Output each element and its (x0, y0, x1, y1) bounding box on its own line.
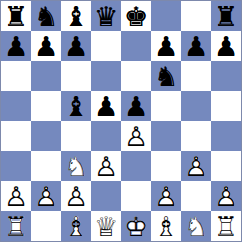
square-h3[interactable] (211, 151, 241, 181)
square-f8[interactable] (151, 1, 181, 31)
square-a6[interactable] (1, 61, 31, 91)
piece-outline-layer: ♙ (1, 181, 31, 211)
square-b2[interactable]: ♟♙ (31, 181, 61, 211)
black-pawn-piece: ♟♙ (91, 91, 121, 121)
square-e1[interactable]: ♚♔ (121, 211, 151, 241)
square-h4[interactable] (211, 121, 241, 151)
piece-outline-layer: ♔ (121, 1, 151, 31)
square-e5[interactable]: ♟♙ (121, 91, 151, 121)
piece-outline-layer: ♔ (121, 211, 151, 241)
piece-outline-layer: ♙ (181, 31, 211, 61)
piece-outline-layer: ♗ (61, 91, 91, 121)
square-c8[interactable]: ♝♗ (61, 1, 91, 31)
square-d3[interactable]: ♟♙ (91, 151, 121, 181)
white-rook-piece: ♜♖ (1, 211, 31, 241)
black-pawn-piece: ♟♙ (61, 31, 91, 61)
white-pawn-piece: ♟♙ (61, 181, 91, 211)
white-bishop-piece: ♝♗ (151, 211, 181, 241)
white-pawn-piece: ♟♙ (211, 181, 241, 211)
black-pawn-piece: ♟♙ (181, 31, 211, 61)
square-c5[interactable]: ♝♗ (61, 91, 91, 121)
square-d4[interactable] (91, 121, 121, 151)
square-d2[interactable] (91, 181, 121, 211)
square-c6[interactable] (61, 61, 91, 91)
black-rook-piece: ♜♖ (211, 1, 241, 31)
white-pawn-piece: ♟♙ (1, 181, 31, 211)
square-b7[interactable]: ♟♙ (31, 31, 61, 61)
piece-outline-layer: ♙ (91, 91, 121, 121)
black-pawn-piece: ♟♙ (211, 31, 241, 61)
piece-outline-layer: ♗ (61, 1, 91, 31)
square-g7[interactable]: ♟♙ (181, 31, 211, 61)
square-b6[interactable] (31, 61, 61, 91)
square-h6[interactable] (211, 61, 241, 91)
square-e3[interactable] (121, 151, 151, 181)
square-g5[interactable] (181, 91, 211, 121)
black-queen-piece: ♛♕ (91, 1, 121, 31)
square-f5[interactable] (151, 91, 181, 121)
square-c3[interactable]: ♞♘ (61, 151, 91, 181)
white-pawn-piece: ♟♙ (181, 151, 211, 181)
square-d6[interactable] (91, 61, 121, 91)
square-f3[interactable] (151, 151, 181, 181)
square-b3[interactable] (31, 151, 61, 181)
square-d1[interactable]: ♛♕ (91, 211, 121, 241)
piece-outline-layer: ♙ (211, 181, 241, 211)
square-g3[interactable]: ♟♙ (181, 151, 211, 181)
piece-outline-layer: ♗ (61, 211, 91, 241)
piece-outline-layer: ♘ (181, 211, 211, 241)
white-knight-piece: ♞♘ (181, 211, 211, 241)
square-c4[interactable] (61, 121, 91, 151)
black-king-piece: ♚♔ (121, 1, 151, 31)
square-h1[interactable]: ♜♖ (211, 211, 241, 241)
piece-outline-layer: ♙ (61, 31, 91, 61)
piece-outline-layer: ♙ (181, 151, 211, 181)
square-g1[interactable]: ♞♘ (181, 211, 211, 241)
square-e8[interactable]: ♚♔ (121, 1, 151, 31)
piece-outline-layer: ♘ (61, 151, 91, 181)
white-bishop-piece: ♝♗ (61, 211, 91, 241)
square-d7[interactable] (91, 31, 121, 61)
black-knight-piece: ♞♘ (31, 1, 61, 31)
black-pawn-piece: ♟♙ (31, 31, 61, 61)
white-queen-piece: ♛♕ (91, 211, 121, 241)
black-knight-piece: ♞♘ (151, 61, 181, 91)
piece-outline-layer: ♘ (151, 61, 181, 91)
piece-outline-layer: ♗ (151, 211, 181, 241)
square-c2[interactable]: ♟♙ (61, 181, 91, 211)
piece-outline-layer: ♙ (31, 31, 61, 61)
piece-outline-layer: ♙ (121, 121, 151, 151)
white-pawn-piece: ♟♙ (121, 121, 151, 151)
square-c7[interactable]: ♟♙ (61, 31, 91, 61)
square-a2[interactable]: ♟♙ (1, 181, 31, 211)
white-knight-piece: ♞♘ (61, 151, 91, 181)
square-f6[interactable]: ♞♘ (151, 61, 181, 91)
square-b5[interactable] (31, 91, 61, 121)
piece-outline-layer: ♘ (31, 1, 61, 31)
square-f1[interactable]: ♝♗ (151, 211, 181, 241)
square-g8[interactable] (181, 1, 211, 31)
piece-outline-layer: ♙ (61, 181, 91, 211)
black-pawn-piece: ♟♙ (151, 31, 181, 61)
square-b8[interactable]: ♞♘ (31, 1, 61, 31)
square-b1[interactable] (31, 211, 61, 241)
black-bishop-piece: ♝♗ (61, 1, 91, 31)
piece-outline-layer: ♖ (211, 211, 241, 241)
black-bishop-piece: ♝♗ (61, 91, 91, 121)
square-e4[interactable]: ♟♙ (121, 121, 151, 151)
square-e2[interactable] (121, 181, 151, 211)
square-g6[interactable] (181, 61, 211, 91)
square-a3[interactable] (1, 151, 31, 181)
piece-outline-layer: ♙ (1, 31, 31, 61)
piece-outline-layer: ♙ (151, 181, 181, 211)
square-g2[interactable] (181, 181, 211, 211)
black-pawn-piece: ♟♙ (121, 91, 151, 121)
square-d8[interactable]: ♛♕ (91, 1, 121, 31)
square-a7[interactable]: ♟♙ (1, 31, 31, 61)
white-pawn-piece: ♟♙ (91, 151, 121, 181)
square-h7[interactable]: ♟♙ (211, 31, 241, 61)
square-c1[interactable]: ♝♗ (61, 211, 91, 241)
white-pawn-piece: ♟♙ (151, 181, 181, 211)
square-d5[interactable]: ♟♙ (91, 91, 121, 121)
piece-outline-layer: ♕ (91, 1, 121, 31)
piece-outline-layer: ♙ (31, 181, 61, 211)
piece-outline-layer: ♖ (211, 1, 241, 31)
piece-outline-layer: ♙ (151, 31, 181, 61)
piece-outline-layer: ♙ (91, 151, 121, 181)
square-f2[interactable]: ♟♙ (151, 181, 181, 211)
square-h5[interactable] (211, 91, 241, 121)
square-g4[interactable] (181, 121, 211, 151)
square-a1[interactable]: ♜♖ (1, 211, 31, 241)
square-h8[interactable]: ♜♖ (211, 1, 241, 31)
piece-outline-layer: ♕ (91, 211, 121, 241)
square-h2[interactable]: ♟♙ (211, 181, 241, 211)
piece-outline-layer: ♙ (121, 91, 151, 121)
square-a4[interactable] (1, 121, 31, 151)
black-pawn-piece: ♟♙ (1, 31, 31, 61)
square-f7[interactable]: ♟♙ (151, 31, 181, 61)
white-pawn-piece: ♟♙ (31, 181, 61, 211)
black-rook-piece: ♜♖ (1, 1, 31, 31)
piece-outline-layer: ♖ (1, 211, 31, 241)
piece-outline-layer: ♖ (1, 1, 31, 31)
square-a5[interactable] (1, 91, 31, 121)
chess-board: ♜♖♞♘♝♗♛♕♚♔♜♖♟♙♟♙♟♙♟♙♟♙♟♙♞♘♝♗♟♙♟♙♟♙♞♘♟♙♟♙… (0, 0, 242, 242)
square-e7[interactable] (121, 31, 151, 61)
square-a8[interactable]: ♜♖ (1, 1, 31, 31)
square-e6[interactable] (121, 61, 151, 91)
piece-outline-layer: ♙ (211, 31, 241, 61)
square-f4[interactable] (151, 121, 181, 151)
white-king-piece: ♚♔ (121, 211, 151, 241)
square-b4[interactable] (31, 121, 61, 151)
white-rook-piece: ♜♖ (211, 211, 241, 241)
